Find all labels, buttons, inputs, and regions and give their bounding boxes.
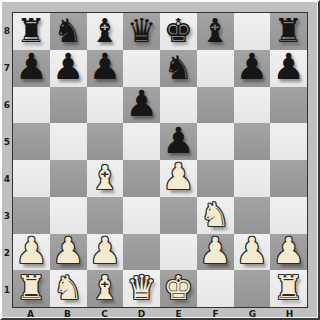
- square-g6[interactable]: [234, 87, 271, 124]
- square-e1[interactable]: ♚: [160, 270, 197, 307]
- square-g1[interactable]: [234, 270, 271, 307]
- white-pawn[interactable]: ♟: [199, 233, 231, 269]
- file-label-b: B: [49, 308, 86, 319]
- square-d5[interactable]: [123, 123, 160, 160]
- rank-labels: 87654321: [2, 12, 12, 308]
- square-e4[interactable]: ♟: [160, 160, 197, 197]
- file-label-f: F: [197, 308, 234, 319]
- square-e6[interactable]: [160, 87, 197, 124]
- square-f5[interactable]: [197, 123, 234, 160]
- black-pawn[interactable]: ♟: [15, 49, 47, 85]
- square-e5[interactable]: ♟: [160, 123, 197, 160]
- square-a6[interactable]: [13, 87, 50, 124]
- rank-label-6: 6: [2, 86, 12, 123]
- square-e3[interactable]: [160, 197, 197, 234]
- square-c7[interactable]: ♟: [87, 50, 124, 87]
- square-c3[interactable]: [87, 197, 124, 234]
- square-h6[interactable]: [270, 87, 307, 124]
- file-labels: ABCDEFGH: [12, 308, 308, 319]
- square-d8[interactable]: ♛: [123, 13, 160, 50]
- square-c4[interactable]: ♝: [87, 160, 124, 197]
- square-b5[interactable]: [50, 123, 87, 160]
- square-f1[interactable]: [197, 270, 234, 307]
- file-label-e: E: [160, 308, 197, 319]
- square-e2[interactable]: [160, 234, 197, 271]
- square-e7[interactable]: ♞: [160, 50, 197, 87]
- square-h5[interactable]: [270, 123, 307, 160]
- square-g5[interactable]: [234, 123, 271, 160]
- white-pawn[interactable]: ♟: [15, 233, 47, 269]
- white-pawn[interactable]: ♟: [272, 233, 304, 269]
- black-pawn[interactable]: ♟: [89, 49, 121, 85]
- black-pawn[interactable]: ♟: [125, 86, 157, 122]
- black-pawn[interactable]: ♟: [272, 49, 304, 85]
- square-a4[interactable]: [13, 160, 50, 197]
- square-b8[interactable]: ♞: [50, 13, 87, 50]
- rank-label-2: 2: [2, 234, 12, 271]
- square-d6[interactable]: ♟: [123, 87, 160, 124]
- file-label-a: A: [12, 308, 49, 319]
- square-f8[interactable]: ♝: [197, 13, 234, 50]
- square-b7[interactable]: ♟: [50, 50, 87, 87]
- rank-label-7: 7: [2, 49, 12, 86]
- square-f7[interactable]: [197, 50, 234, 87]
- square-h3[interactable]: [270, 197, 307, 234]
- black-rook[interactable]: ♜: [17, 14, 47, 47]
- chess-board: ♜♞♝♛♚♝♜♟♟♟♞♟♟♟♟♝♟♞♟♟♟♟♟♟♜♞♝♛♚♜: [12, 12, 308, 308]
- square-h2[interactable]: ♟: [270, 234, 307, 271]
- file-label-c: C: [86, 308, 123, 319]
- square-c2[interactable]: ♟: [87, 234, 124, 271]
- white-knight[interactable]: ♞: [200, 198, 230, 231]
- square-b6[interactable]: [50, 87, 87, 124]
- square-g3[interactable]: [234, 197, 271, 234]
- square-d1[interactable]: ♛: [123, 270, 160, 307]
- square-a2[interactable]: ♟: [13, 234, 50, 271]
- square-a3[interactable]: [13, 197, 50, 234]
- rank-label-1: 1: [2, 271, 12, 308]
- square-c6[interactable]: [87, 87, 124, 124]
- white-pawn[interactable]: ♟: [236, 233, 268, 269]
- square-c8[interactable]: ♝: [87, 13, 124, 50]
- white-bishop[interactable]: ♝: [90, 161, 120, 194]
- square-f2[interactable]: ♟: [197, 234, 234, 271]
- black-bishop[interactable]: ♝: [200, 14, 230, 47]
- chess-diagram: 87654321 ♜♞♝♛♚♝♜♟♟♟♞♟♟♟♟♝♟♞♟♟♟♟♟♟♜♞♝♛♚♜ …: [0, 0, 320, 320]
- square-d2[interactable]: [123, 234, 160, 271]
- square-g2[interactable]: ♟: [234, 234, 271, 271]
- square-g8[interactable]: [234, 13, 271, 50]
- square-a8[interactable]: ♜: [13, 13, 50, 50]
- square-a1[interactable]: ♜: [13, 270, 50, 307]
- white-knight[interactable]: ♞: [53, 271, 83, 304]
- white-rook[interactable]: ♜: [17, 271, 47, 304]
- rank-label-4: 4: [2, 160, 12, 197]
- square-e8[interactable]: ♚: [160, 13, 197, 50]
- square-h1[interactable]: ♜: [270, 270, 307, 307]
- square-c5[interactable]: [87, 123, 124, 160]
- square-g7[interactable]: ♟: [234, 50, 271, 87]
- white-queen[interactable]: ♛: [127, 271, 157, 304]
- square-d4[interactable]: [123, 160, 160, 197]
- white-pawn[interactable]: ♟: [89, 233, 121, 269]
- file-label-d: D: [123, 308, 160, 319]
- black-queen[interactable]: ♛: [127, 14, 157, 47]
- square-a7[interactable]: ♟: [13, 50, 50, 87]
- rank-label-5: 5: [2, 123, 12, 160]
- square-a5[interactable]: [13, 123, 50, 160]
- square-f4[interactable]: [197, 160, 234, 197]
- white-rook[interactable]: ♜: [274, 271, 304, 304]
- square-b4[interactable]: [50, 160, 87, 197]
- black-rook[interactable]: ♜: [274, 14, 304, 47]
- white-pawn[interactable]: ♟: [162, 159, 194, 195]
- black-knight[interactable]: ♞: [53, 14, 83, 47]
- black-pawn[interactable]: ♟: [162, 123, 194, 159]
- square-d7[interactable]: [123, 50, 160, 87]
- black-pawn[interactable]: ♟: [52, 49, 84, 85]
- square-h7[interactable]: ♟: [270, 50, 307, 87]
- square-h4[interactable]: [270, 160, 307, 197]
- square-b1[interactable]: ♞: [50, 270, 87, 307]
- square-h8[interactable]: ♜: [270, 13, 307, 50]
- square-f3[interactable]: ♞: [197, 197, 234, 234]
- file-label-g: G: [234, 308, 271, 319]
- white-pawn[interactable]: ♟: [52, 233, 84, 269]
- rank-label-8: 8: [2, 12, 12, 49]
- black-pawn[interactable]: ♟: [236, 49, 268, 85]
- black-knight[interactable]: ♞: [164, 51, 194, 84]
- black-king[interactable]: ♚: [164, 14, 194, 47]
- square-c1[interactable]: ♝: [87, 270, 124, 307]
- square-b3[interactable]: [50, 197, 87, 234]
- file-label-h: H: [271, 308, 308, 319]
- square-f6[interactable]: [197, 87, 234, 124]
- square-g4[interactable]: [234, 160, 271, 197]
- rank-label-3: 3: [2, 197, 12, 234]
- white-bishop[interactable]: ♝: [90, 271, 120, 304]
- black-bishop[interactable]: ♝: [90, 14, 120, 47]
- white-king[interactable]: ♚: [164, 271, 194, 304]
- square-d3[interactable]: [123, 197, 160, 234]
- square-b2[interactable]: ♟: [50, 234, 87, 271]
